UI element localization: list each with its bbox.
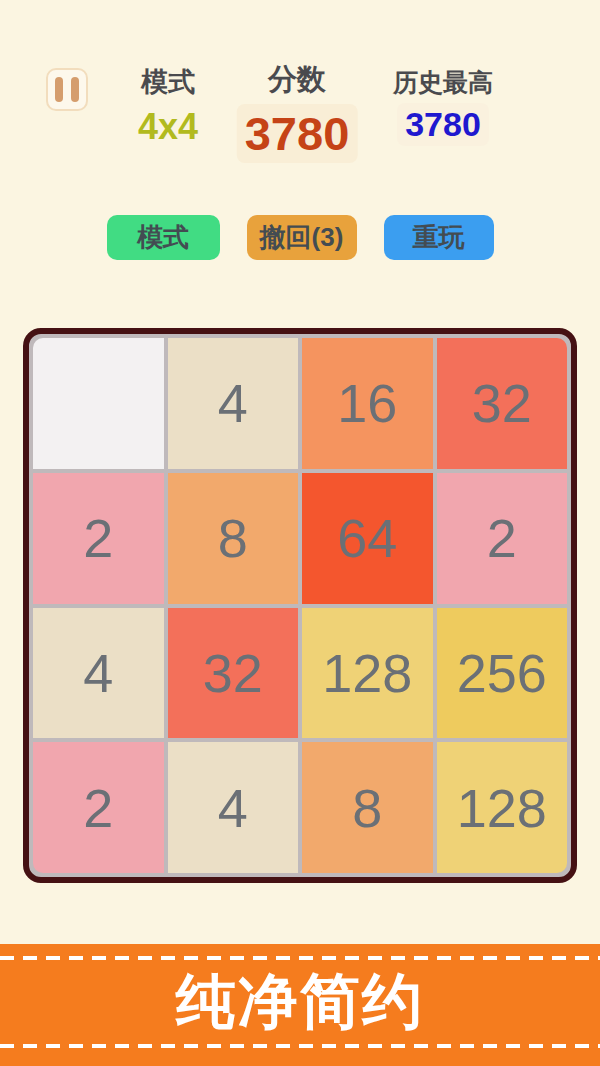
- replay-button[interactable]: 重玩: [384, 215, 494, 260]
- mode-button[interactable]: 模式: [107, 215, 220, 260]
- tile-8-r4c3: 8: [302, 742, 433, 873]
- banner-dashed-line-bottom: [0, 1044, 600, 1048]
- tile-64-r2c3: 64: [302, 473, 433, 604]
- tile-4-r4c2: 4: [168, 742, 299, 873]
- game-board[interactable]: 4163228642432128256248128: [23, 328, 577, 883]
- cell-r1c1-empty: [33, 338, 164, 469]
- tile-128-r3c3: 128: [302, 608, 433, 739]
- app-root: 模式 4x4 分数 3780 历史最高 3780 模式 撤回(3) 重玩 416…: [0, 0, 600, 1066]
- tile-32-r3c2: 32: [168, 608, 299, 739]
- tile-2-r2c4: 2: [437, 473, 568, 604]
- score-label: 分数: [237, 60, 358, 100]
- score-value: 3780: [237, 104, 358, 163]
- tile-2-r4c1: 2: [33, 742, 164, 873]
- tile-grid: 4163228642432128256248128: [33, 338, 567, 873]
- tile-8-r2c2: 8: [168, 473, 299, 604]
- score-stat: 分数 3780: [237, 60, 358, 163]
- best-score-label: 历史最高: [393, 66, 493, 99]
- tile-2-r2c1: 2: [33, 473, 164, 604]
- tile-256-r3c4: 256: [437, 608, 568, 739]
- pause-icon: [71, 77, 79, 102]
- banner-dashed-line-top: [0, 956, 600, 960]
- tile-4-r3c1: 4: [33, 608, 164, 739]
- best-score-stat: 历史最高 3780: [393, 66, 493, 146]
- banner-text: 纯净简约: [0, 970, 600, 1034]
- mode-label: 模式: [130, 64, 206, 100]
- tile-4-r1c2: 4: [168, 338, 299, 469]
- bottom-banner: 纯净简约: [0, 944, 600, 1066]
- undo-button[interactable]: 撤回(3): [247, 215, 357, 260]
- tile-128-r4c4: 128: [437, 742, 568, 873]
- toolbar: 模式 撤回(3) 重玩: [0, 215, 600, 260]
- tile-32-r1c4: 32: [437, 338, 568, 469]
- best-score-value: 3780: [397, 103, 489, 146]
- mode-value: 4x4: [130, 104, 206, 150]
- tile-16-r1c3: 16: [302, 338, 433, 469]
- mode-stat: 模式 4x4: [130, 64, 206, 150]
- pause-icon: [55, 77, 63, 102]
- pause-button[interactable]: [46, 68, 88, 111]
